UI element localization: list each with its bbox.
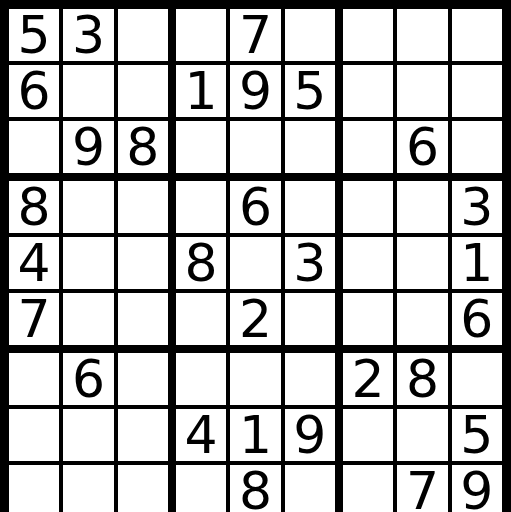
- cell-r6c1: 7: [9, 293, 59, 345]
- cell-r8c9: 5: [452, 409, 502, 461]
- cell-r3c8: 6: [397, 121, 447, 173]
- cell-r7c7: 2: [343, 353, 393, 405]
- cell-r3c1[interactable]: [9, 121, 59, 173]
- cell-r2c2[interactable]: [63, 65, 113, 117]
- cell-r8c5: 1: [230, 409, 280, 461]
- cell-r6c6[interactable]: [285, 293, 335, 345]
- cell-r9c4[interactable]: [176, 465, 226, 512]
- cell-r8c3[interactable]: [118, 409, 168, 461]
- cell-r9c2[interactable]: [63, 465, 113, 512]
- box-3-3: 28579: [343, 353, 502, 512]
- cell-r8c7[interactable]: [343, 409, 393, 461]
- cell-r2c7[interactable]: [343, 65, 393, 117]
- cell-r8c2[interactable]: [63, 409, 113, 461]
- box-2-3: 316: [343, 181, 502, 345]
- cell-r2c3[interactable]: [118, 65, 168, 117]
- cell-r5c3[interactable]: [118, 237, 168, 289]
- cell-r1c3[interactable]: [118, 9, 168, 61]
- sudoku-board: 536987195684768323166419828579: [0, 0, 511, 512]
- cell-r1c6[interactable]: [285, 9, 335, 61]
- cell-r5c6: 3: [285, 237, 335, 289]
- cell-r2c6: 5: [285, 65, 335, 117]
- cell-r5c5[interactable]: [230, 237, 280, 289]
- cell-r9c5: 8: [230, 465, 280, 512]
- cell-r1c5: 7: [230, 9, 280, 61]
- cell-r4c1: 8: [9, 181, 59, 233]
- cell-r7c1[interactable]: [9, 353, 59, 405]
- cell-r7c8: 8: [397, 353, 447, 405]
- box-2-1: 847: [9, 181, 168, 345]
- cell-r5c2[interactable]: [63, 237, 113, 289]
- cell-r6c8[interactable]: [397, 293, 447, 345]
- cell-r2c8[interactable]: [397, 65, 447, 117]
- cell-r5c9: 1: [452, 237, 502, 289]
- cell-r8c4: 4: [176, 409, 226, 461]
- cell-r5c1: 4: [9, 237, 59, 289]
- cell-r3c9[interactable]: [452, 121, 502, 173]
- cell-r7c4[interactable]: [176, 353, 226, 405]
- cell-r1c2: 3: [63, 9, 113, 61]
- cell-r4c7[interactable]: [343, 181, 393, 233]
- box-3-1: 6: [9, 353, 168, 512]
- cell-r6c9: 6: [452, 293, 502, 345]
- box-1-2: 7195: [176, 9, 335, 173]
- cell-r2c1: 6: [9, 65, 59, 117]
- cell-r1c1: 5: [9, 9, 59, 61]
- cell-r2c9[interactable]: [452, 65, 502, 117]
- cell-r2c4: 1: [176, 65, 226, 117]
- cell-r1c9[interactable]: [452, 9, 502, 61]
- cell-r6c7[interactable]: [343, 293, 393, 345]
- cell-r5c7[interactable]: [343, 237, 393, 289]
- cell-r3c2: 9: [63, 121, 113, 173]
- cell-r9c1[interactable]: [9, 465, 59, 512]
- cell-r4c9: 3: [452, 181, 502, 233]
- cell-r7c5[interactable]: [230, 353, 280, 405]
- cell-r7c2: 6: [63, 353, 113, 405]
- cell-r8c6: 9: [285, 409, 335, 461]
- box-2-2: 6832: [176, 181, 335, 345]
- cell-r4c4[interactable]: [176, 181, 226, 233]
- box-1-1: 53698: [9, 9, 168, 173]
- cell-r8c8[interactable]: [397, 409, 447, 461]
- cell-r6c2[interactable]: [63, 293, 113, 345]
- cell-r1c4[interactable]: [176, 9, 226, 61]
- cell-r3c3: 8: [118, 121, 168, 173]
- cell-r9c6[interactable]: [285, 465, 335, 512]
- cell-r5c4: 8: [176, 237, 226, 289]
- box-3-2: 4198: [176, 353, 335, 512]
- cell-r8c1[interactable]: [9, 409, 59, 461]
- cell-r6c5: 2: [230, 293, 280, 345]
- cell-r7c9[interactable]: [452, 353, 502, 405]
- cell-r5c8[interactable]: [397, 237, 447, 289]
- cell-r4c8[interactable]: [397, 181, 447, 233]
- cell-r4c2[interactable]: [63, 181, 113, 233]
- cell-r9c3[interactable]: [118, 465, 168, 512]
- cell-r6c3[interactable]: [118, 293, 168, 345]
- cell-r4c5: 6: [230, 181, 280, 233]
- cell-r2c5: 9: [230, 65, 280, 117]
- cell-r4c3[interactable]: [118, 181, 168, 233]
- cell-r9c9: 9: [452, 465, 502, 512]
- cell-r7c3[interactable]: [118, 353, 168, 405]
- cell-r9c7[interactable]: [343, 465, 393, 512]
- cell-r7c6[interactable]: [285, 353, 335, 405]
- cell-r6c4[interactable]: [176, 293, 226, 345]
- cell-r1c8[interactable]: [397, 9, 447, 61]
- cell-r9c8: 7: [397, 465, 447, 512]
- cell-r3c5[interactable]: [230, 121, 280, 173]
- cell-r3c7[interactable]: [343, 121, 393, 173]
- cell-r3c4[interactable]: [176, 121, 226, 173]
- cell-r1c7[interactable]: [343, 9, 393, 61]
- box-1-3: 6: [343, 9, 502, 173]
- cell-r4c6[interactable]: [285, 181, 335, 233]
- cell-r3c6[interactable]: [285, 121, 335, 173]
